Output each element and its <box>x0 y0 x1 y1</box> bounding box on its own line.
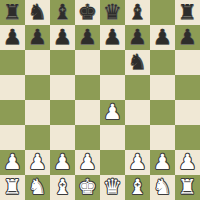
chess-board: ♜♞♝♚♛♝♜♟♟♟♟♟♟♟♟♞♟♟♟♟♟♟♟♟♜♞♝♚♛♝♞♜ <box>0 0 200 200</box>
square-f6[interactable] <box>50 50 75 75</box>
square-f3[interactable] <box>50 125 75 150</box>
square-f4[interactable] <box>50 100 75 125</box>
square-e4[interactable] <box>75 100 100 125</box>
square-b2[interactable]: ♟ <box>150 150 175 175</box>
square-g8[interactable]: ♞ <box>25 0 50 25</box>
square-b5[interactable] <box>150 75 175 100</box>
square-e3[interactable] <box>75 125 100 150</box>
square-d7[interactable]: ♟ <box>100 25 125 50</box>
square-a2[interactable]: ♟ <box>175 150 200 175</box>
white-rook: ♜ <box>178 175 197 200</box>
square-g6[interactable] <box>25 50 50 75</box>
square-h4[interactable] <box>0 100 25 125</box>
square-d6[interactable] <box>100 50 125 75</box>
square-g7[interactable]: ♟ <box>25 25 50 50</box>
black-pawn: ♟ <box>78 25 97 50</box>
square-e1[interactable]: ♚ <box>75 175 100 200</box>
white-pawn: ♟ <box>53 150 72 175</box>
square-e6[interactable] <box>75 50 100 75</box>
white-bishop: ♝ <box>128 175 147 200</box>
white-rook: ♜ <box>3 175 22 200</box>
black-bishop: ♝ <box>128 0 147 25</box>
square-e8[interactable]: ♚ <box>75 0 100 25</box>
square-h5[interactable] <box>0 75 25 100</box>
white-knight: ♞ <box>153 175 172 200</box>
square-b1[interactable]: ♞ <box>150 175 175 200</box>
black-pawn: ♟ <box>128 25 147 50</box>
white-pawn: ♟ <box>3 150 22 175</box>
square-a3[interactable] <box>175 125 200 150</box>
white-king: ♚ <box>78 175 97 200</box>
square-h8[interactable]: ♜ <box>0 0 25 25</box>
black-king: ♚ <box>78 0 97 25</box>
black-queen: ♛ <box>103 0 122 25</box>
black-pawn: ♟ <box>3 25 22 50</box>
square-e5[interactable] <box>75 75 100 100</box>
black-rook: ♜ <box>178 0 197 25</box>
square-g4[interactable] <box>25 100 50 125</box>
black-rook: ♜ <box>3 0 22 25</box>
square-a1[interactable]: ♜ <box>175 175 200 200</box>
white-pawn: ♟ <box>78 150 97 175</box>
black-pawn: ♟ <box>178 25 197 50</box>
square-d3[interactable] <box>100 125 125 150</box>
square-f5[interactable] <box>50 75 75 100</box>
square-d1[interactable]: ♛ <box>100 175 125 200</box>
square-c6[interactable]: ♞ <box>125 50 150 75</box>
square-b6[interactable] <box>150 50 175 75</box>
black-knight: ♞ <box>28 0 47 25</box>
square-c4[interactable] <box>125 100 150 125</box>
square-a4[interactable] <box>175 100 200 125</box>
white-pawn: ♟ <box>28 150 47 175</box>
square-b8[interactable] <box>150 0 175 25</box>
square-d2[interactable] <box>100 150 125 175</box>
white-pawn: ♟ <box>153 150 172 175</box>
square-h3[interactable] <box>0 125 25 150</box>
square-b4[interactable] <box>150 100 175 125</box>
black-pawn: ♟ <box>153 25 172 50</box>
square-c3[interactable] <box>125 125 150 150</box>
white-pawn: ♟ <box>128 150 147 175</box>
square-a8[interactable]: ♜ <box>175 0 200 25</box>
square-d8[interactable]: ♛ <box>100 0 125 25</box>
square-f2[interactable]: ♟ <box>50 150 75 175</box>
black-pawn: ♟ <box>53 25 72 50</box>
square-c7[interactable]: ♟ <box>125 25 150 50</box>
square-a6[interactable] <box>175 50 200 75</box>
square-h1[interactable]: ♜ <box>0 175 25 200</box>
square-e2[interactable]: ♟ <box>75 150 100 175</box>
square-b3[interactable] <box>150 125 175 150</box>
black-bishop: ♝ <box>53 0 72 25</box>
square-c2[interactable]: ♟ <box>125 150 150 175</box>
square-d4[interactable]: ♟ <box>100 100 125 125</box>
square-f8[interactable]: ♝ <box>50 0 75 25</box>
square-h2[interactable]: ♟ <box>0 150 25 175</box>
black-pawn: ♟ <box>103 25 122 50</box>
square-c8[interactable]: ♝ <box>125 0 150 25</box>
square-a5[interactable] <box>175 75 200 100</box>
square-a7[interactable]: ♟ <box>175 25 200 50</box>
black-knight: ♞ <box>128 50 147 75</box>
black-pawn: ♟ <box>28 25 47 50</box>
square-c5[interactable] <box>125 75 150 100</box>
white-pawn: ♟ <box>178 150 197 175</box>
square-g5[interactable] <box>25 75 50 100</box>
square-f1[interactable]: ♝ <box>50 175 75 200</box>
white-bishop: ♝ <box>53 175 72 200</box>
white-queen: ♛ <box>103 175 122 200</box>
white-pawn: ♟ <box>103 100 122 125</box>
square-b7[interactable]: ♟ <box>150 25 175 50</box>
square-f7[interactable]: ♟ <box>50 25 75 50</box>
square-e7[interactable]: ♟ <box>75 25 100 50</box>
square-c1[interactable]: ♝ <box>125 175 150 200</box>
square-g3[interactable] <box>25 125 50 150</box>
white-knight: ♞ <box>28 175 47 200</box>
square-h6[interactable] <box>0 50 25 75</box>
square-g1[interactable]: ♞ <box>25 175 50 200</box>
square-h7[interactable]: ♟ <box>0 25 25 50</box>
square-d5[interactable] <box>100 75 125 100</box>
square-g2[interactable]: ♟ <box>25 150 50 175</box>
